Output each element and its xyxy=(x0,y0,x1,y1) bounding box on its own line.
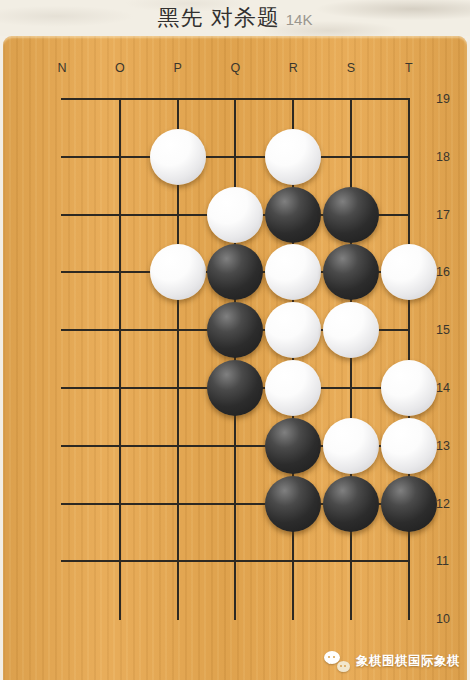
row-label-15: 15 xyxy=(436,322,464,338)
white-stone-S15 xyxy=(323,302,379,358)
white-stone-R15 xyxy=(265,302,321,358)
column-label-P: P xyxy=(167,60,189,76)
black-stone-S16 xyxy=(323,244,379,300)
grid-vline-S xyxy=(350,98,352,620)
row-label-10: 10 xyxy=(436,611,464,627)
column-label-R: R xyxy=(282,60,304,76)
column-label-S: S xyxy=(340,60,362,76)
row-label-14: 14 xyxy=(436,380,464,396)
black-stone-S12 xyxy=(323,476,379,532)
row-label-17: 17 xyxy=(436,207,464,223)
column-label-Q: Q xyxy=(224,60,246,76)
page-title: 黑先 对杀题 xyxy=(158,0,280,36)
white-stone-Q17 xyxy=(207,187,263,243)
row-label-13: 13 xyxy=(436,438,464,454)
row-label-18: 18 xyxy=(436,149,464,165)
white-stone-S13 xyxy=(323,418,379,474)
app-screen: 黑先 对杀题 14K NOPQRST19181716151413121110 象… xyxy=(0,0,470,680)
row-label-19: 19 xyxy=(436,91,464,107)
white-stone-T14 xyxy=(381,360,437,416)
column-label-T: T xyxy=(398,60,420,76)
column-label-O: O xyxy=(109,60,131,76)
white-stone-P18 xyxy=(150,129,206,185)
column-label-N: N xyxy=(51,60,73,76)
row-label-16: 16 xyxy=(436,264,464,280)
header: 黑先 对杀题 14K xyxy=(0,0,470,36)
black-stone-R13 xyxy=(265,418,321,474)
chat-bubbles-icon xyxy=(324,651,350,672)
white-stone-R14 xyxy=(265,360,321,416)
watermark-text: 象棋围棋国际象棋 xyxy=(356,653,460,670)
black-stone-R17 xyxy=(265,187,321,243)
difficulty-badge: 14K xyxy=(286,11,313,28)
black-stone-Q14 xyxy=(207,360,263,416)
black-stone-T12 xyxy=(381,476,437,532)
white-stone-T13 xyxy=(381,418,437,474)
row-label-11: 11 xyxy=(436,553,464,569)
grid-vline-O xyxy=(119,98,121,620)
black-stone-R12 xyxy=(265,476,321,532)
black-stone-S17 xyxy=(323,187,379,243)
watermark: 象棋围棋国际象棋 xyxy=(324,651,460,672)
row-label-12: 12 xyxy=(436,496,464,512)
white-stone-P16 xyxy=(150,244,206,300)
white-stone-R18 xyxy=(265,129,321,185)
white-stone-T16 xyxy=(381,244,437,300)
title-wrap: 黑先 对杀题 14K xyxy=(158,0,313,36)
